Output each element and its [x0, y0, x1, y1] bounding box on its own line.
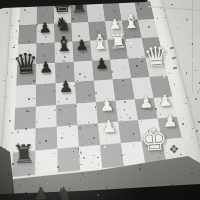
white-king-g1[interactable]: ♚	[139, 124, 168, 156]
white-pawn-g3[interactable]: ♟	[138, 94, 153, 111]
white-queen-h5[interactable]: ♛	[143, 42, 169, 71]
white-pawn-e2[interactable]: ♟	[101, 118, 117, 136]
white-pawn-h3[interactable]: ♟	[157, 93, 172, 110]
black-pawn-b5[interactable]: ♟	[38, 60, 53, 76]
white-rook-f6[interactable]: ♜	[108, 31, 127, 52]
black-pawn-d6[interactable]: ♟	[75, 38, 89, 53]
chess-photo-scene: ♚♜♟♞♟♝♝♟♝♜♛♟♟♛♟♟♟♟♟♟♜♚ ❖ ♟ ♞	[0, 0, 200, 200]
captured-black-knight[interactable]: ♞	[56, 184, 73, 200]
white-bishop-e6[interactable]: ♝	[90, 32, 109, 53]
piece-layer: ♚♜♟♞♟♝♝♟♝♜♛♟♟♛♟♟♟♟♟♟♜♚	[0, 0, 200, 200]
black-pawn-b7[interactable]: ♟	[39, 20, 53, 35]
black-pawn-c4[interactable]: ♟	[58, 79, 73, 96]
black-bishop-c6[interactable]: ♝	[54, 33, 74, 55]
white-pawn-e3[interactable]: ♟	[99, 97, 114, 114]
black-rook-d8[interactable]: ♜	[70, 0, 88, 16]
black-rook-a1[interactable]: ♜	[12, 141, 36, 168]
black-pawn-e5[interactable]: ♟	[95, 56, 109, 72]
captured-black-pawn[interactable]: ♟	[33, 185, 49, 200]
black-queen-a5[interactable]: ♛	[13, 49, 40, 79]
